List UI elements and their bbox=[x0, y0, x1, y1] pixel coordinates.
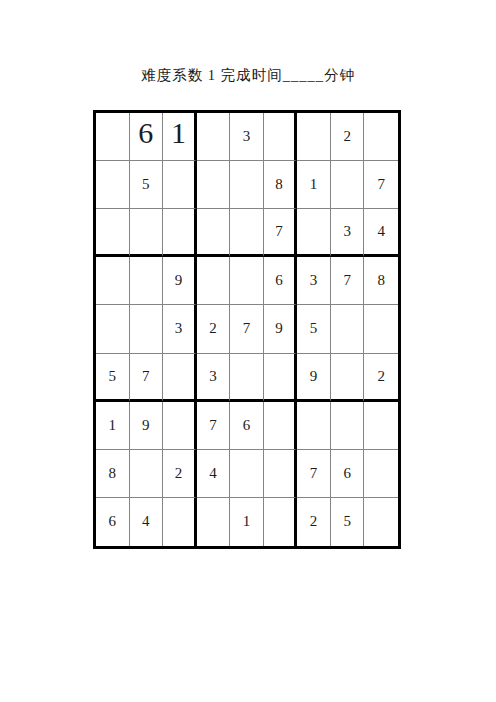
sudoku-cell-r9c2: 4 bbox=[130, 498, 164, 546]
sudoku-cell-r7c3[interactable] bbox=[163, 402, 197, 450]
sudoku-cell-r1c1[interactable] bbox=[96, 113, 130, 161]
sudoku-grid: 6132581773496378327955739219768247664125 bbox=[93, 110, 401, 549]
sudoku-cell-r2c2: 5 bbox=[130, 161, 164, 209]
sudoku-cell-r8c6[interactable] bbox=[264, 450, 298, 498]
sudoku-cell-r8c4: 4 bbox=[197, 450, 231, 498]
sudoku-cell-r9c8: 5 bbox=[331, 498, 365, 546]
sudoku-cell-r6c4: 3 bbox=[197, 354, 231, 402]
sudoku-cell-r2c9: 7 bbox=[364, 161, 398, 209]
sudoku-cell-r2c3[interactable] bbox=[163, 161, 197, 209]
sudoku-cell-r1c5: 3 bbox=[230, 113, 264, 161]
sudoku-cell-r5c9[interactable] bbox=[364, 305, 398, 353]
sudoku-cell-r1c3: 1 bbox=[163, 113, 197, 161]
sudoku-cell-r6c7: 9 bbox=[297, 354, 331, 402]
sudoku-cell-r4c6: 6 bbox=[264, 257, 298, 305]
sudoku-cell-r3c3[interactable] bbox=[163, 209, 197, 257]
sudoku-cell-r1c4[interactable] bbox=[197, 113, 231, 161]
sudoku-cell-r3c5[interactable] bbox=[230, 209, 264, 257]
sudoku-cell-r3c6: 7 bbox=[264, 209, 298, 257]
sudoku-cell-r5c5: 7 bbox=[230, 305, 264, 353]
sudoku-cell-r4c5[interactable] bbox=[230, 257, 264, 305]
sudoku-cell-r7c9[interactable] bbox=[364, 402, 398, 450]
sudoku-cell-r4c4[interactable] bbox=[197, 257, 231, 305]
sudoku-cell-r2c8[interactable] bbox=[331, 161, 365, 209]
page-title: 难度系数 1 完成时间_____分钟 bbox=[0, 66, 496, 85]
sudoku-cell-r3c2[interactable] bbox=[130, 209, 164, 257]
sudoku-cell-r9c5: 1 bbox=[230, 498, 264, 546]
sudoku-cell-r4c1[interactable] bbox=[96, 257, 130, 305]
sudoku-cell-r4c7: 3 bbox=[297, 257, 331, 305]
sudoku-cell-r8c1: 8 bbox=[96, 450, 130, 498]
sudoku-cell-r5c7: 5 bbox=[297, 305, 331, 353]
sudoku-cell-r5c3: 3 bbox=[163, 305, 197, 353]
sudoku-cell-r6c2: 7 bbox=[130, 354, 164, 402]
sudoku-cell-r7c2: 9 bbox=[130, 402, 164, 450]
sudoku-cell-r7c7[interactable] bbox=[297, 402, 331, 450]
sudoku-cell-r8c2[interactable] bbox=[130, 450, 164, 498]
sudoku-cell-r7c5: 6 bbox=[230, 402, 264, 450]
sudoku-cell-r2c6: 8 bbox=[264, 161, 298, 209]
sudoku-cell-r7c4: 7 bbox=[197, 402, 231, 450]
sudoku-cell-r9c7: 2 bbox=[297, 498, 331, 546]
sudoku-cell-r7c6[interactable] bbox=[264, 402, 298, 450]
sudoku-cell-r7c8[interactable] bbox=[331, 402, 365, 450]
sudoku-cell-r5c8[interactable] bbox=[331, 305, 365, 353]
sudoku-cell-r4c8: 7 bbox=[331, 257, 365, 305]
sudoku-cell-r2c1[interactable] bbox=[96, 161, 130, 209]
sudoku-cell-r3c8: 3 bbox=[331, 209, 365, 257]
sudoku-cell-r5c2[interactable] bbox=[130, 305, 164, 353]
sudoku-cell-r4c2[interactable] bbox=[130, 257, 164, 305]
sudoku-cell-r8c7: 7 bbox=[297, 450, 331, 498]
sudoku-cell-r1c6[interactable] bbox=[264, 113, 298, 161]
sudoku-cell-r2c5[interactable] bbox=[230, 161, 264, 209]
sudoku-cell-r2c7: 1 bbox=[297, 161, 331, 209]
sudoku-cell-r9c1: 6 bbox=[96, 498, 130, 546]
sudoku-cell-r1c7[interactable] bbox=[297, 113, 331, 161]
sudoku-cell-r6c8[interactable] bbox=[331, 354, 365, 402]
worksheet-page: 难度系数 1 完成时间_____分钟 613258177349637832795… bbox=[0, 0, 496, 702]
sudoku-cell-r3c7[interactable] bbox=[297, 209, 331, 257]
sudoku-cell-r1c2: 6 bbox=[130, 113, 164, 161]
sudoku-cell-r8c5[interactable] bbox=[230, 450, 264, 498]
sudoku-cell-r6c9: 2 bbox=[364, 354, 398, 402]
sudoku-cell-r6c6[interactable] bbox=[264, 354, 298, 402]
sudoku-cell-r5c4: 2 bbox=[197, 305, 231, 353]
sudoku-cell-r9c9[interactable] bbox=[364, 498, 398, 546]
sudoku-cell-r6c1: 5 bbox=[96, 354, 130, 402]
sudoku-cell-r8c3: 2 bbox=[163, 450, 197, 498]
sudoku-cell-r4c3: 9 bbox=[163, 257, 197, 305]
sudoku-cell-r2c4[interactable] bbox=[197, 161, 231, 209]
sudoku-cell-r3c9: 4 bbox=[364, 209, 398, 257]
sudoku-cell-r6c5[interactable] bbox=[230, 354, 264, 402]
sudoku-cell-r9c4[interactable] bbox=[197, 498, 231, 546]
sudoku-cell-r1c9[interactable] bbox=[364, 113, 398, 161]
sudoku-cell-r5c6: 9 bbox=[264, 305, 298, 353]
sudoku-cell-r8c8: 6 bbox=[331, 450, 365, 498]
sudoku-cell-r5c1[interactable] bbox=[96, 305, 130, 353]
sudoku-cell-r1c8: 2 bbox=[331, 113, 365, 161]
sudoku-cell-r4c9: 8 bbox=[364, 257, 398, 305]
sudoku-cell-r3c4[interactable] bbox=[197, 209, 231, 257]
sudoku-cell-r9c6[interactable] bbox=[264, 498, 298, 546]
sudoku-cell-r6c3[interactable] bbox=[163, 354, 197, 402]
sudoku-cell-r9c3[interactable] bbox=[163, 498, 197, 546]
sudoku-cell-r8c9[interactable] bbox=[364, 450, 398, 498]
sudoku-cell-r7c1: 1 bbox=[96, 402, 130, 450]
sudoku-cell-r3c1[interactable] bbox=[96, 209, 130, 257]
